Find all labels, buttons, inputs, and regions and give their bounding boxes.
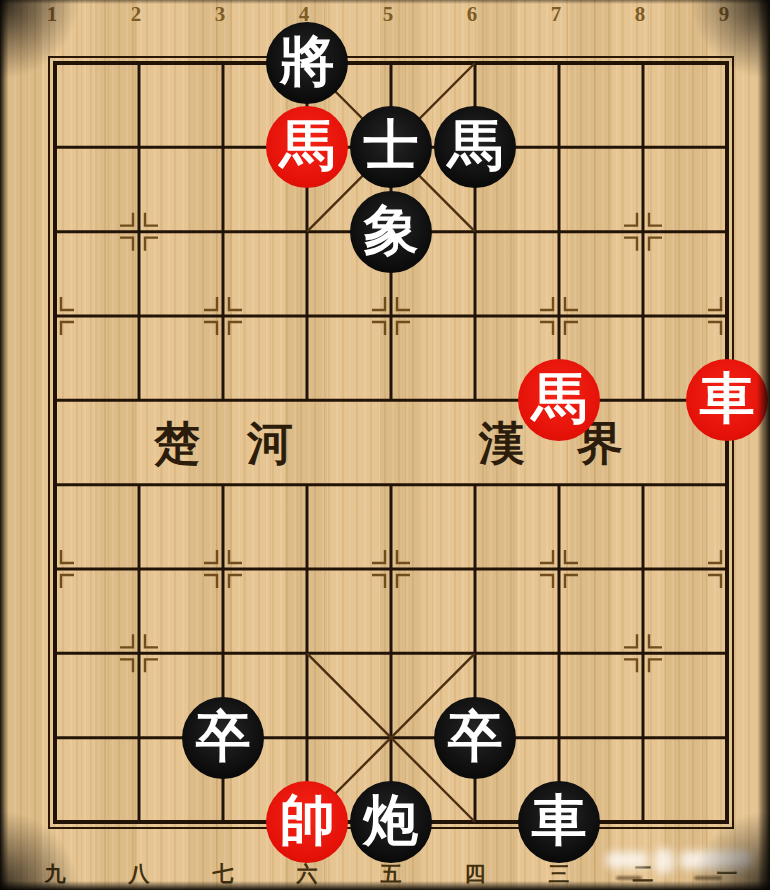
file-label-top-3: 3 bbox=[215, 2, 226, 27]
file-label-bottom-5: 五 bbox=[381, 860, 402, 888]
piece-black-cannon[interactable]: 炮 bbox=[350, 781, 432, 863]
point-marker bbox=[372, 297, 385, 310]
piece-black-general[interactable]: 將 bbox=[266, 22, 348, 104]
piece-red-horse[interactable]: 馬 bbox=[266, 106, 348, 188]
point-marker bbox=[145, 659, 158, 672]
file-label-bottom-9: 一 bbox=[717, 860, 738, 888]
piece-glyph: 車 bbox=[532, 793, 587, 851]
point-marker bbox=[624, 238, 637, 251]
point-marker bbox=[565, 550, 578, 563]
file-label-top-8: 8 bbox=[635, 2, 646, 27]
piece-black-horse[interactable]: 馬 bbox=[434, 106, 516, 188]
file-label-top-5: 5 bbox=[383, 2, 394, 27]
point-marker bbox=[540, 550, 553, 563]
point-marker bbox=[61, 297, 74, 310]
point-marker bbox=[397, 575, 410, 588]
file-label-bottom-6: 四 bbox=[465, 860, 486, 888]
point-marker bbox=[229, 550, 242, 563]
point-marker bbox=[649, 634, 662, 647]
point-marker bbox=[204, 575, 217, 588]
piece-glyph: 帥 bbox=[280, 793, 335, 851]
point-marker bbox=[565, 322, 578, 335]
river-text: 漢 bbox=[479, 420, 525, 466]
point-marker bbox=[397, 297, 410, 310]
piece-red-horse[interactable]: 馬 bbox=[518, 359, 600, 441]
point-marker bbox=[120, 634, 133, 647]
point-marker bbox=[372, 322, 385, 335]
point-marker bbox=[120, 238, 133, 251]
piece-glyph: 車 bbox=[700, 371, 755, 429]
file-label-top-2: 2 bbox=[131, 2, 142, 27]
point-marker bbox=[372, 550, 385, 563]
file-label-bottom-8: 二 bbox=[633, 860, 654, 888]
point-marker bbox=[565, 575, 578, 588]
point-marker bbox=[145, 238, 158, 251]
point-marker bbox=[120, 213, 133, 226]
piece-black-soldier[interactable]: 卒 bbox=[434, 697, 516, 779]
point-marker bbox=[708, 297, 721, 310]
river-text: 楚 bbox=[154, 420, 200, 466]
file-label-top-9: 9 bbox=[719, 2, 730, 27]
point-marker bbox=[565, 297, 578, 310]
piece-glyph: 將 bbox=[280, 34, 335, 92]
point-marker bbox=[649, 659, 662, 672]
point-marker bbox=[61, 550, 74, 563]
point-marker bbox=[204, 297, 217, 310]
piece-black-soldier[interactable]: 卒 bbox=[182, 697, 264, 779]
file-label-bottom-3: 七 bbox=[213, 860, 234, 888]
piece-glyph: 象 bbox=[364, 203, 419, 261]
piece-black-chariot[interactable]: 車 bbox=[518, 781, 600, 863]
point-marker bbox=[145, 213, 158, 226]
piece-red-general[interactable]: 帥 bbox=[266, 781, 348, 863]
piece-glyph: 卒 bbox=[448, 709, 503, 767]
xiangqi-board-screen: 楚河漢界 123456789 九八七六五四三二一 將馬士馬象馬車卒卒帥炮車 bbox=[0, 0, 770, 890]
point-marker bbox=[397, 550, 410, 563]
point-marker bbox=[61, 322, 74, 335]
point-marker bbox=[397, 322, 410, 335]
point-marker bbox=[145, 634, 158, 647]
piece-black-elephant[interactable]: 象 bbox=[350, 191, 432, 273]
point-marker bbox=[649, 238, 662, 251]
point-marker bbox=[624, 659, 637, 672]
point-marker bbox=[229, 322, 242, 335]
point-marker bbox=[540, 297, 553, 310]
river-text: 河 bbox=[247, 420, 293, 466]
point-marker bbox=[204, 550, 217, 563]
file-label-top-1: 1 bbox=[47, 2, 58, 27]
piece-red-chariot[interactable]: 車 bbox=[686, 359, 768, 441]
piece-glyph: 炮 bbox=[364, 793, 419, 851]
point-marker bbox=[708, 575, 721, 588]
point-marker bbox=[204, 322, 217, 335]
point-marker bbox=[61, 575, 74, 588]
point-marker bbox=[372, 575, 385, 588]
piece-glyph: 士 bbox=[364, 118, 419, 176]
point-marker bbox=[120, 659, 133, 672]
point-marker bbox=[540, 575, 553, 588]
file-label-bottom-2: 八 bbox=[129, 860, 150, 888]
point-marker bbox=[708, 322, 721, 335]
point-marker bbox=[649, 213, 662, 226]
point-marker bbox=[540, 322, 553, 335]
point-marker bbox=[624, 634, 637, 647]
piece-glyph: 馬 bbox=[448, 118, 503, 176]
file-label-bottom-7: 三 bbox=[549, 860, 570, 888]
point-marker bbox=[229, 575, 242, 588]
piece-black-advisor[interactable]: 士 bbox=[350, 106, 432, 188]
point-marker bbox=[624, 213, 637, 226]
file-label-bottom-4: 六 bbox=[297, 860, 318, 888]
file-label-top-7: 7 bbox=[551, 2, 562, 27]
point-marker bbox=[708, 550, 721, 563]
piece-glyph: 馬 bbox=[280, 118, 335, 176]
piece-glyph: 卒 bbox=[196, 709, 251, 767]
piece-glyph: 馬 bbox=[532, 371, 587, 429]
file-label-bottom-1: 九 bbox=[45, 860, 66, 888]
file-label-top-6: 6 bbox=[467, 2, 478, 27]
point-marker bbox=[229, 297, 242, 310]
